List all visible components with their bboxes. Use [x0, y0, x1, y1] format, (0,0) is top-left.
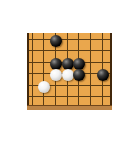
grid-hline [29, 39, 110, 40]
grid-vline [90, 33, 91, 105]
grid-hline [29, 96, 110, 97]
screenshot-canvas [0, 0, 140, 150]
board-left-edge [27, 33, 29, 110]
grid-vline [32, 33, 33, 105]
grid-vline [43, 33, 44, 105]
go-board[interactable] [27, 33, 112, 110]
white-stone [50, 69, 62, 81]
black-stone [50, 35, 62, 47]
board-bottom-side [27, 105, 112, 110]
grid-hline [29, 50, 110, 51]
black-stone [73, 69, 85, 81]
black-stone [97, 69, 109, 81]
white-stone [38, 81, 50, 93]
board-right-edge [110, 33, 112, 110]
